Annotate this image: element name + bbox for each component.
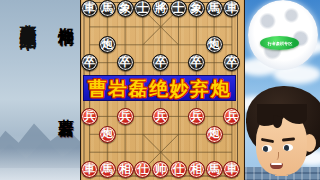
piece-black-soldier: 卒 — [152, 54, 169, 71]
board-cell-r6c5 — [170, 107, 188, 125]
piece-black-cannon: 炮 — [99, 36, 116, 53]
piece-red-soldier: 兵 — [152, 108, 169, 125]
piece-black-elephant: 象 — [117, 0, 134, 17]
board-cell-r9c7: 馬 — [205, 161, 223, 179]
piece-red-soldier: 兵 — [223, 108, 240, 125]
board-cell-r7c8 — [223, 125, 241, 143]
board-cell-r2c2 — [116, 36, 134, 54]
piece-black-advisor: 士 — [170, 0, 187, 17]
board-cell-r3c2: 卒 — [116, 54, 134, 72]
board-cell-r2c6 — [187, 36, 205, 54]
board-cell-r7c7: 炮 — [205, 125, 223, 143]
board-cell-r3c4: 卒 — [152, 54, 170, 72]
board-cell-r3c0: 卒 — [81, 54, 99, 72]
board-cell-r7c5 — [170, 125, 188, 143]
piece-black-soldier: 卒 — [223, 54, 240, 71]
board-cell-r8c8 — [223, 143, 241, 161]
board-cell-r7c6 — [187, 125, 205, 143]
board-cell-r7c0 — [81, 125, 99, 143]
piece-red-advisor: 仕 — [170, 161, 187, 178]
caption-banner: 曹岩磊绝妙弃炮 — [83, 75, 236, 101]
board-cell-r9c1: 馬 — [98, 161, 116, 179]
caption-banner-text: 曹岩磊绝妙弃炮 — [88, 76, 232, 101]
board-cell-r0c3: 士 — [134, 0, 152, 18]
board-cell-r6c8: 兵 — [223, 107, 241, 125]
board-cell-r7c3 — [134, 125, 152, 143]
board-cell-r8c5 — [170, 143, 188, 161]
board-cell-r1c3 — [134, 18, 152, 36]
piece-black-elephant: 象 — [188, 0, 205, 17]
piece-black-chariot: 車 — [81, 0, 98, 17]
piece-red-cannon: 炮 — [99, 126, 116, 143]
board-cell-r1c2 — [116, 18, 134, 36]
board-cell-r1c6 — [187, 18, 205, 36]
board-cell-r8c6 — [187, 143, 205, 161]
board-cell-r9c3: 仕 — [134, 161, 152, 179]
board-cell-r8c2 — [116, 143, 134, 161]
board-cell-r1c0 — [81, 18, 99, 36]
board-cell-r2c0 — [81, 36, 99, 54]
piece-black-cannon: 炮 — [206, 36, 223, 53]
left-text-panel: 曹岩磊精彩弃炮陷车 郑惟桐 曹岩磊 — [0, 0, 80, 180]
piece-red-chariot: 車 — [223, 161, 240, 178]
piece-black-soldier: 卒 — [117, 54, 134, 71]
board-cell-r3c1 — [98, 54, 116, 72]
board-cell-r3c3 — [134, 54, 152, 72]
piece-red-soldier: 兵 — [117, 108, 134, 125]
board-cell-r0c7: 馬 — [205, 0, 223, 18]
board-cell-r1c4 — [152, 18, 170, 36]
board-cell-r2c5 — [170, 36, 188, 54]
boy-eye — [283, 144, 293, 151]
right-art-panel: 行者象棋专区 — [245, 0, 320, 180]
board-cell-r6c3 — [134, 107, 152, 125]
vertical-title: 曹岩磊精彩弃炮陷车 — [19, 11, 36, 175]
board-cell-r3c8: 卒 — [223, 54, 241, 72]
board-cell-r7c1: 炮 — [98, 125, 116, 143]
board-cell-r6c0: 兵 — [81, 107, 99, 125]
piece-black-horse: 馬 — [99, 0, 116, 17]
board-cell-r9c8: 車 — [223, 161, 241, 179]
piece-red-advisor: 仕 — [134, 161, 151, 178]
piece-red-cannon: 炮 — [206, 126, 223, 143]
board-cell-r2c7: 炮 — [205, 36, 223, 54]
board-cell-r8c0 — [81, 143, 99, 161]
board-cell-r0c1: 馬 — [98, 0, 116, 18]
board-cell-r9c0: 車 — [81, 161, 99, 179]
board-cell-r3c6: 卒 — [187, 54, 205, 72]
board-cell-r2c3 — [134, 36, 152, 54]
piece-black-chariot: 車 — [223, 0, 240, 17]
board-cell-r8c1 — [98, 143, 116, 161]
xiangqi-board: 車馬象士將士象馬車炮炮卒卒卒卒卒兵兵兵兵兵炮炮車馬相仕帅仕相馬車 曹岩磊绝妙弃炮 — [80, 0, 245, 180]
board-cell-r6c1 — [98, 107, 116, 125]
board-cell-r8c3 — [134, 143, 152, 161]
board-cell-r6c7 — [205, 107, 223, 125]
piece-red-chariot: 車 — [81, 161, 98, 178]
board-cell-r7c4 — [152, 125, 170, 143]
board-cell-r9c2: 相 — [116, 161, 134, 179]
board-cell-r0c8: 車 — [223, 0, 241, 18]
piece-black-advisor: 士 — [134, 0, 151, 17]
board-cell-r6c2: 兵 — [116, 107, 134, 125]
piece-red-general: 帅 — [152, 161, 169, 178]
board-cell-r3c7 — [205, 54, 223, 72]
piece-red-soldier: 兵 — [81, 108, 98, 125]
player-name-red: 曹岩磊 — [55, 106, 76, 168]
board-cell-r8c4 — [152, 143, 170, 161]
piece-red-horse: 馬 — [99, 161, 116, 178]
board-cell-r0c4: 將 — [152, 0, 170, 18]
board-cell-r6c4: 兵 — [152, 107, 170, 125]
board-cell-r1c7 — [205, 18, 223, 36]
board-cell-r9c6: 相 — [187, 161, 205, 179]
player-name-black: 郑惟桐 — [55, 14, 76, 70]
board-cell-r6c6: 兵 — [187, 107, 205, 125]
video-thumbnail: 曹岩磊精彩弃炮陷车 郑惟桐 曹岩磊 — [0, 0, 320, 180]
board-cell-r9c5: 仕 — [170, 161, 188, 179]
boy-eye — [262, 145, 272, 152]
piece-black-general: 將 — [152, 0, 169, 17]
boy-mouth — [270, 163, 283, 169]
board-cell-r1c8 — [223, 18, 241, 36]
board-cell-r0c6: 象 — [187, 0, 205, 18]
board-cell-r0c5: 士 — [170, 0, 188, 18]
board-cell-r3c5 — [170, 54, 188, 72]
board-cell-r7c2 — [116, 125, 134, 143]
board-cell-r8c7 — [205, 143, 223, 161]
board-cell-r9c4: 帅 — [152, 161, 170, 179]
board-cell-r1c1 — [98, 18, 116, 36]
piece-red-horse: 馬 — [206, 161, 223, 178]
board-cell-r2c8 — [223, 36, 241, 54]
piece-black-soldier: 卒 — [81, 54, 98, 71]
board-cell-r0c2: 象 — [116, 0, 134, 18]
board-cell-r2c4 — [152, 36, 170, 54]
piece-red-elephant: 相 — [188, 161, 205, 178]
piece-red-soldier: 兵 — [188, 108, 205, 125]
board-cell-r0c0: 車 — [81, 0, 99, 18]
board-cell-r1c5 — [170, 18, 188, 36]
piece-black-horse: 馬 — [206, 0, 223, 17]
piece-black-soldier: 卒 — [188, 54, 205, 71]
board-cell-r2c1: 炮 — [98, 36, 116, 54]
cartoon-boy-character — [245, 0, 320, 180]
piece-red-elephant: 相 — [117, 161, 134, 178]
